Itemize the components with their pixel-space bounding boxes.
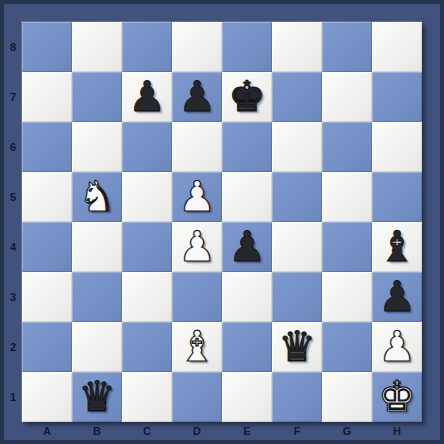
square-d4[interactable]: ♟: [172, 222, 222, 272]
file-label-a: A: [22, 422, 72, 440]
piece-white-king[interactable]: ♚: [378, 373, 416, 421]
square-d6[interactable]: [172, 122, 222, 172]
square-h6[interactable]: [372, 122, 422, 172]
square-g5[interactable]: [322, 172, 372, 222]
piece-black-king[interactable]: ♚: [228, 73, 266, 121]
square-f5[interactable]: [272, 172, 322, 222]
square-a2[interactable]: [22, 322, 72, 372]
square-c4[interactable]: [122, 222, 172, 272]
file-label-h: H: [372, 422, 422, 440]
piece-black-bishop[interactable]: ♝: [378, 223, 416, 271]
square-a8[interactable]: [22, 22, 72, 72]
square-e2[interactable]: [222, 322, 272, 372]
rank-label-8: 8: [4, 22, 22, 72]
file-label-c: C: [122, 422, 172, 440]
square-d7[interactable]: ♟: [172, 72, 222, 122]
square-c5[interactable]: [122, 172, 172, 222]
square-b3[interactable]: [72, 272, 122, 322]
file-label-f: F: [272, 422, 322, 440]
rank-labels: 87654321: [4, 22, 22, 422]
piece-white-knight[interactable]: ♞: [78, 173, 116, 221]
piece-black-pawn[interactable]: ♟: [228, 223, 266, 271]
square-g3[interactable]: [322, 272, 372, 322]
square-c7[interactable]: ♟: [122, 72, 172, 122]
square-b5[interactable]: ♞: [72, 172, 122, 222]
square-h4[interactable]: ♝: [372, 222, 422, 272]
piece-black-queen[interactable]: ♛: [78, 373, 116, 421]
square-g6[interactable]: [322, 122, 372, 172]
piece-white-pawn[interactable]: ♟: [178, 223, 216, 271]
square-c2[interactable]: [122, 322, 172, 372]
square-h8[interactable]: [372, 22, 422, 72]
square-f1[interactable]: [272, 372, 322, 422]
piece-black-pawn[interactable]: ♟: [128, 73, 166, 121]
square-a1[interactable]: [22, 372, 72, 422]
rank-label-5: 5: [4, 172, 22, 222]
piece-white-pawn[interactable]: ♟: [378, 323, 416, 371]
square-a4[interactable]: [22, 222, 72, 272]
square-f8[interactable]: [272, 22, 322, 72]
rank-label-1: 1: [4, 372, 22, 422]
rank-label-6: 6: [4, 122, 22, 172]
square-e6[interactable]: [222, 122, 272, 172]
board-border: 87654321 ♟♟♚♞♟♟♟♝♟♝♛♟♛♚ ABCDEFGH: [4, 4, 440, 440]
square-f3[interactable]: [272, 272, 322, 322]
square-h1[interactable]: ♚: [372, 372, 422, 422]
square-f7[interactable]: [272, 72, 322, 122]
piece-white-pawn[interactable]: ♟: [178, 173, 216, 221]
square-c6[interactable]: [122, 122, 172, 172]
square-c1[interactable]: [122, 372, 172, 422]
square-e7[interactable]: ♚: [222, 72, 272, 122]
square-h2[interactable]: ♟: [372, 322, 422, 372]
rank-label-2: 2: [4, 322, 22, 372]
piece-black-pawn[interactable]: ♟: [378, 273, 416, 321]
square-d3[interactable]: [172, 272, 222, 322]
square-d5[interactable]: ♟: [172, 172, 222, 222]
square-e4[interactable]: ♟: [222, 222, 272, 272]
square-e1[interactable]: [222, 372, 272, 422]
square-b6[interactable]: [72, 122, 122, 172]
square-a6[interactable]: [22, 122, 72, 172]
piece-black-queen[interactable]: ♛: [278, 323, 316, 371]
square-b7[interactable]: [72, 72, 122, 122]
chess-board-frame: 87654321 ♟♟♚♞♟♟♟♝♟♝♛♟♛♚ ABCDEFGH: [0, 0, 444, 444]
square-h3[interactable]: ♟: [372, 272, 422, 322]
square-b8[interactable]: [72, 22, 122, 72]
piece-black-pawn[interactable]: ♟: [178, 73, 216, 121]
square-a5[interactable]: [22, 172, 72, 222]
square-d1[interactable]: [172, 372, 222, 422]
file-label-g: G: [322, 422, 372, 440]
square-b1[interactable]: ♛: [72, 372, 122, 422]
square-g1[interactable]: [322, 372, 372, 422]
file-label-d: D: [172, 422, 222, 440]
square-h7[interactable]: [372, 72, 422, 122]
square-g2[interactable]: [322, 322, 372, 372]
square-e3[interactable]: [222, 272, 272, 322]
square-d2[interactable]: ♝: [172, 322, 222, 372]
file-labels: ABCDEFGH: [22, 422, 422, 440]
square-e5[interactable]: [222, 172, 272, 222]
piece-white-bishop[interactable]: ♝: [178, 323, 216, 371]
square-h5[interactable]: [372, 172, 422, 222]
file-label-e: E: [222, 422, 272, 440]
square-f6[interactable]: [272, 122, 322, 172]
square-g4[interactable]: [322, 222, 372, 272]
square-g8[interactable]: [322, 22, 372, 72]
rank-label-7: 7: [4, 72, 22, 122]
square-c3[interactable]: [122, 272, 172, 322]
square-c8[interactable]: [122, 22, 172, 72]
square-f4[interactable]: [272, 222, 322, 272]
square-d8[interactable]: [172, 22, 222, 72]
square-e8[interactable]: [222, 22, 272, 72]
rank-label-4: 4: [4, 222, 22, 272]
square-g7[interactable]: [322, 72, 372, 122]
square-a7[interactable]: [22, 72, 72, 122]
square-a3[interactable]: [22, 272, 72, 322]
square-b4[interactable]: [72, 222, 122, 272]
square-b2[interactable]: [72, 322, 122, 372]
square-f2[interactable]: ♛: [272, 322, 322, 372]
file-label-b: B: [72, 422, 122, 440]
chess-board: ♟♟♚♞♟♟♟♝♟♝♛♟♛♚: [22, 22, 422, 422]
rank-label-3: 3: [4, 272, 22, 322]
